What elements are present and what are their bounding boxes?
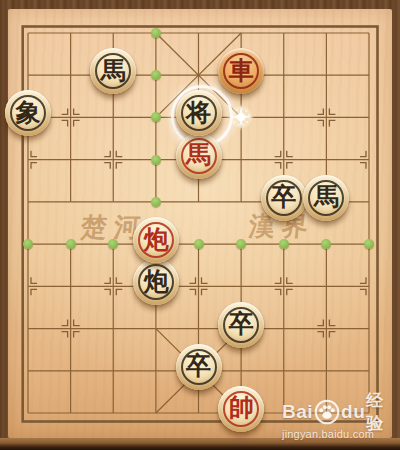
piece-glyph: 卒 <box>186 353 211 378</box>
piece-glyph: 車 <box>229 58 254 83</box>
piece-glyph: 卒 <box>271 184 296 209</box>
piece-glyph: 馬 <box>186 142 211 167</box>
move-hint-dot-d4[interactable] <box>151 155 161 165</box>
move-hint-dot-e6[interactable] <box>194 239 204 249</box>
watermark-brand-left: Bai <box>282 401 313 423</box>
watermark: Bai du 经验 jingyan.baidu.com <box>282 399 400 440</box>
piece-red-horse-e4[interactable]: 馬 <box>176 133 222 179</box>
piece-black-soldier-f8[interactable]: 卒 <box>218 302 264 348</box>
piece-glyph: 炮 <box>143 269 168 294</box>
piece-glyph: 馬 <box>101 58 126 83</box>
piece-glyph: 卒 <box>229 311 254 336</box>
piece-glyph: 炮 <box>143 227 168 252</box>
piece-black-cannon-d7[interactable]: 炮 <box>133 259 179 305</box>
piece-black-general-e3[interactable]: 将 <box>176 90 222 136</box>
xiangqi-app: 楚河 漢界 馬車象将馬卒馬炮炮卒卒帥 Bai du 经验 jingyan.bai… <box>0 0 400 450</box>
piece-black-horse-h5[interactable]: 馬 <box>303 175 349 221</box>
piece-black-soldier-g5[interactable]: 卒 <box>261 175 307 221</box>
piece-glyph: 象 <box>16 100 41 125</box>
piece-glyph: 馬 <box>314 184 339 209</box>
move-hint-dot-d5[interactable] <box>151 197 161 207</box>
piece-red-cannon-d6[interactable]: 炮 <box>133 217 179 263</box>
baidu-paw-icon <box>314 399 340 425</box>
piece-black-soldier-e9[interactable]: 卒 <box>176 344 222 390</box>
piece-red-general-f10[interactable]: 帥 <box>218 386 264 432</box>
move-hint-dot-b6[interactable] <box>66 239 76 249</box>
watermark-brand-right: du <box>341 401 365 423</box>
piece-glyph: 将 <box>186 100 211 125</box>
move-hint-dot-d1[interactable] <box>151 28 161 38</box>
sparkle-icon <box>221 97 261 137</box>
move-hint-dot-g6[interactable] <box>279 239 289 249</box>
piece-glyph: 帥 <box>229 395 254 420</box>
